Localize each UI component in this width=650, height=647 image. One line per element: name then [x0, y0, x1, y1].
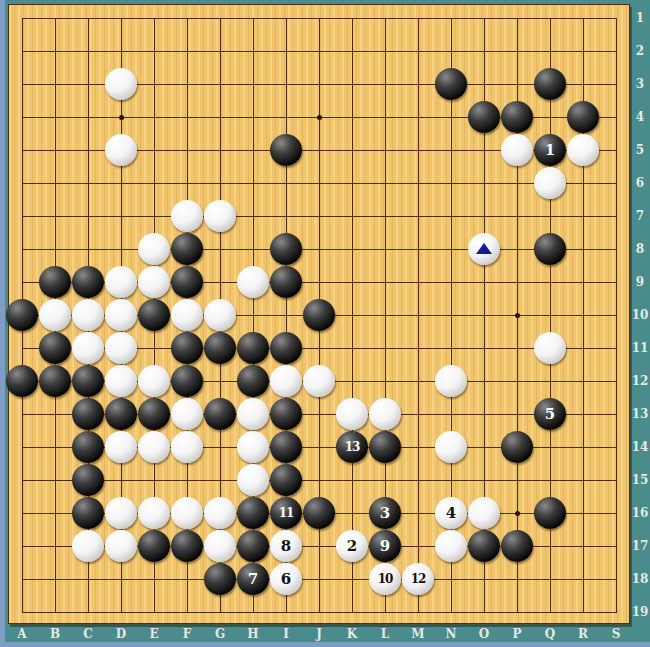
- white-stone-f13[interactable]: [171, 398, 203, 430]
- black-stone-i14[interactable]: [270, 431, 302, 463]
- white-stone-c10[interactable]: [72, 299, 104, 331]
- white-stone-d10[interactable]: [105, 299, 137, 331]
- column-label-m: M: [408, 627, 428, 641]
- move-number-9: 9: [380, 539, 390, 554]
- star-point-d4: [119, 115, 124, 120]
- black-stone-b12[interactable]: [39, 365, 71, 397]
- white-stone-f14[interactable]: [171, 431, 203, 463]
- black-stone-e17[interactable]: [138, 530, 170, 562]
- row-label-17: 17: [631, 539, 649, 553]
- black-stone-i8[interactable]: [270, 233, 302, 265]
- black-stone-l16[interactable]: 3: [369, 497, 401, 529]
- white-stone-l18[interactable]: 10: [369, 563, 401, 595]
- column-label-p: P: [507, 627, 527, 641]
- column-label-n: N: [441, 627, 461, 641]
- white-stone-o8[interactable]: [468, 233, 500, 265]
- white-stone-n17[interactable]: [435, 530, 467, 562]
- black-stone-p14[interactable]: [501, 431, 533, 463]
- white-stone-q11[interactable]: [534, 332, 566, 364]
- black-stone-f17[interactable]: [171, 530, 203, 562]
- white-stone-g7[interactable]: [204, 200, 236, 232]
- black-stone-l17[interactable]: 9: [369, 530, 401, 562]
- column-label-f: F: [177, 627, 197, 641]
- black-stone-h11[interactable]: [237, 332, 269, 364]
- window-edge-bottom: [0, 642, 650, 647]
- black-stone-c14[interactable]: [72, 431, 104, 463]
- white-stone-n16[interactable]: 4: [435, 497, 467, 529]
- move-number-13: 13: [345, 441, 360, 453]
- black-stone-g18[interactable]: [204, 563, 236, 595]
- white-stone-i18[interactable]: 6: [270, 563, 302, 595]
- black-stone-c13[interactable]: [72, 398, 104, 430]
- row-label-6: 6: [631, 176, 649, 190]
- move-number-4: 4: [446, 506, 456, 521]
- black-stone-q13[interactable]: 5: [534, 398, 566, 430]
- black-stone-i11[interactable]: [270, 332, 302, 364]
- column-label-r: R: [573, 627, 593, 641]
- black-stone-k14[interactable]: 13: [336, 431, 368, 463]
- column-label-d: D: [111, 627, 131, 641]
- go-board[interactable]: 15131134829761012: [8, 4, 630, 624]
- row-label-4: 4: [631, 110, 649, 124]
- black-stone-f11[interactable]: [171, 332, 203, 364]
- column-label-o: O: [474, 627, 494, 641]
- white-stone-f16[interactable]: [171, 497, 203, 529]
- column-label-k: K: [342, 627, 362, 641]
- triangle-marker-icon: [476, 243, 492, 254]
- black-stone-g13[interactable]: [204, 398, 236, 430]
- white-stone-d9[interactable]: [105, 266, 137, 298]
- black-stone-q8[interactable]: [534, 233, 566, 265]
- white-stone-g17[interactable]: [204, 530, 236, 562]
- black-stone-c15[interactable]: [72, 464, 104, 496]
- move-number-3: 3: [380, 506, 390, 521]
- row-label-15: 15: [631, 473, 649, 487]
- black-stone-e10[interactable]: [138, 299, 170, 331]
- row-label-18: 18: [631, 572, 649, 586]
- black-stone-i9[interactable]: [270, 266, 302, 298]
- black-stone-j10[interactable]: [303, 299, 335, 331]
- column-label-i: I: [276, 627, 296, 641]
- white-stone-d17[interactable]: [105, 530, 137, 562]
- black-stone-b11[interactable]: [39, 332, 71, 364]
- black-stone-d13[interactable]: [105, 398, 137, 430]
- row-label-9: 9: [631, 275, 649, 289]
- black-stone-j16[interactable]: [303, 497, 335, 529]
- column-label-h: H: [243, 627, 263, 641]
- black-stone-i15[interactable]: [270, 464, 302, 496]
- window-edge-left: [0, 0, 5, 647]
- black-stone-c16[interactable]: [72, 497, 104, 529]
- move-number-5: 5: [545, 407, 555, 422]
- white-stone-k17[interactable]: 2: [336, 530, 368, 562]
- row-label-16: 16: [631, 506, 649, 520]
- white-stone-i17[interactable]: 8: [270, 530, 302, 562]
- white-stone-n14[interactable]: [435, 431, 467, 463]
- white-stone-h9[interactable]: [237, 266, 269, 298]
- white-stone-h13[interactable]: [237, 398, 269, 430]
- black-stone-o17[interactable]: [468, 530, 500, 562]
- move-number-7: 7: [248, 572, 258, 587]
- row-label-3: 3: [631, 77, 649, 91]
- white-stone-b10[interactable]: [39, 299, 71, 331]
- row-label-12: 12: [631, 374, 649, 388]
- white-stone-g10[interactable]: [204, 299, 236, 331]
- black-stone-p17[interactable]: [501, 530, 533, 562]
- black-stone-h18[interactable]: 7: [237, 563, 269, 595]
- white-stone-d3[interactable]: [105, 68, 137, 100]
- row-label-14: 14: [631, 440, 649, 454]
- column-label-e: E: [144, 627, 164, 641]
- white-stone-r5[interactable]: [567, 134, 599, 166]
- white-stone-e14[interactable]: [138, 431, 170, 463]
- black-stone-f9[interactable]: [171, 266, 203, 298]
- star-point-j4: [317, 115, 322, 120]
- row-label-19: 19: [631, 605, 649, 619]
- move-number-10: 10: [378, 573, 393, 585]
- column-label-l: L: [375, 627, 395, 641]
- column-label-s: S: [606, 627, 626, 641]
- white-stone-p5[interactable]: [501, 134, 533, 166]
- white-stone-d12[interactable]: [105, 365, 137, 397]
- white-stone-d16[interactable]: [105, 497, 137, 529]
- white-stone-d14[interactable]: [105, 431, 137, 463]
- white-stone-e9[interactable]: [138, 266, 170, 298]
- move-number-12: 12: [411, 573, 426, 585]
- black-stone-q16[interactable]: [534, 497, 566, 529]
- black-stone-l14[interactable]: [369, 431, 401, 463]
- row-label-8: 8: [631, 242, 649, 256]
- column-label-b: B: [45, 627, 65, 641]
- black-stone-h12[interactable]: [237, 365, 269, 397]
- black-stone-n3[interactable]: [435, 68, 467, 100]
- black-stone-e13[interactable]: [138, 398, 170, 430]
- black-stone-f8[interactable]: [171, 233, 203, 265]
- column-label-a: A: [12, 627, 32, 641]
- black-stone-c9[interactable]: [72, 266, 104, 298]
- column-label-j: J: [309, 627, 329, 641]
- white-stone-d5[interactable]: [105, 134, 137, 166]
- black-stone-i16[interactable]: 11: [270, 497, 302, 529]
- white-stone-c11[interactable]: [72, 332, 104, 364]
- black-stone-a10[interactable]: [6, 299, 38, 331]
- column-label-c: C: [78, 627, 98, 641]
- move-number-1: 1: [545, 143, 555, 158]
- black-stone-p4[interactable]: [501, 101, 533, 133]
- black-stone-q5[interactable]: 1: [534, 134, 566, 166]
- black-stone-h17[interactable]: [237, 530, 269, 562]
- row-label-11: 11: [631, 341, 649, 355]
- move-number-8: 8: [281, 539, 291, 554]
- white-stone-k13[interactable]: [336, 398, 368, 430]
- row-label-2: 2: [631, 44, 649, 58]
- white-stone-n12[interactable]: [435, 365, 467, 397]
- go-board-viewer: { "game": "go", "board": { "size": 19, "…: [0, 0, 650, 647]
- black-stone-r4[interactable]: [567, 101, 599, 133]
- move-number-11: 11: [279, 507, 294, 519]
- black-stone-g11[interactable]: [204, 332, 236, 364]
- black-stone-b9[interactable]: [39, 266, 71, 298]
- white-stone-h15[interactable]: [237, 464, 269, 496]
- board-grid[interactable]: 15131134829761012: [22, 18, 617, 613]
- black-stone-q3[interactable]: [534, 68, 566, 100]
- white-stone-o16[interactable]: [468, 497, 500, 529]
- white-stone-e8[interactable]: [138, 233, 170, 265]
- white-stone-e12[interactable]: [138, 365, 170, 397]
- white-stone-q6[interactable]: [534, 167, 566, 199]
- white-stone-g16[interactable]: [204, 497, 236, 529]
- row-label-13: 13: [631, 407, 649, 421]
- white-stone-h14[interactable]: [237, 431, 269, 463]
- white-stone-f10[interactable]: [171, 299, 203, 331]
- column-label-q: Q: [540, 627, 560, 641]
- row-label-1: 1: [631, 11, 649, 25]
- row-label-10: 10: [631, 308, 649, 322]
- column-label-g: G: [210, 627, 230, 641]
- white-stone-l13[interactable]: [369, 398, 401, 430]
- white-stone-i12[interactable]: [270, 365, 302, 397]
- black-stone-c12[interactable]: [72, 365, 104, 397]
- black-stone-a12[interactable]: [6, 365, 38, 397]
- white-stone-m18[interactable]: 12: [402, 563, 434, 595]
- black-stone-h16[interactable]: [237, 497, 269, 529]
- white-stone-e16[interactable]: [138, 497, 170, 529]
- black-stone-f12[interactable]: [171, 365, 203, 397]
- row-label-5: 5: [631, 143, 649, 157]
- white-stone-d11[interactable]: [105, 332, 137, 364]
- white-stone-f7[interactable]: [171, 200, 203, 232]
- black-stone-i5[interactable]: [270, 134, 302, 166]
- white-stone-c17[interactable]: [72, 530, 104, 562]
- black-stone-o4[interactable]: [468, 101, 500, 133]
- star-point-p16: [515, 511, 520, 516]
- star-point-p10: [515, 313, 520, 318]
- black-stone-i13[interactable]: [270, 398, 302, 430]
- move-number-2: 2: [347, 539, 357, 554]
- move-number-6: 6: [281, 572, 291, 587]
- white-stone-j12[interactable]: [303, 365, 335, 397]
- row-label-7: 7: [631, 209, 649, 223]
